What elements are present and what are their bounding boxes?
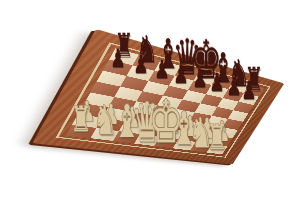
square-d6 [163,86,188,100]
square-d7 [169,76,194,90]
square-a7 [103,60,133,76]
square-g2 [196,133,218,144]
square-f3 [184,122,207,134]
square-a6 [97,71,127,87]
square-d5 [157,96,182,109]
square-g3 [201,124,223,135]
square-c2 [119,121,146,134]
square-f4 [189,112,212,124]
square-e1 [154,137,178,148]
square-e4 [171,109,195,122]
square-f2 [178,130,201,141]
square-b7 [126,65,154,81]
square-g5 [212,107,233,119]
square-a3 [78,103,108,117]
square-c6 [142,81,168,96]
square-g1 [190,142,212,153]
square-e5 [177,100,201,113]
square-e7 [188,80,212,94]
square-c3 [125,111,152,124]
square-c5 [136,91,163,105]
square-f5 [195,103,218,115]
square-b3 [102,107,130,121]
square-d3 [146,115,171,128]
square-b5 [114,87,142,102]
square-f7 [206,85,228,98]
square-b4 [108,97,136,111]
square-b2 [96,118,124,131]
square-e6 [182,90,206,103]
square-c7 [148,71,174,86]
square-a5 [90,82,120,97]
square-e2 [160,128,184,140]
square-d2 [140,125,165,137]
square-e3 [165,118,189,130]
square-c4 [131,101,158,115]
square-a4 [84,92,114,107]
square-f6 [200,94,222,107]
square-g4 [206,116,228,128]
square-d4 [151,105,176,118]
square-f1 [173,139,196,150]
square-g6 [217,98,238,110]
square-g7 [223,89,244,102]
chess-set-photo: ♜♞♝♛♚♝♞♜♟♟♟♟♟♟♟♟♟♟♟♟♟♟♟♟♜♞♝♛♚♝♞♜ [0,0,300,200]
chess-board [32,29,284,164]
square-a2 [72,114,102,128]
square-b6 [120,76,148,91]
